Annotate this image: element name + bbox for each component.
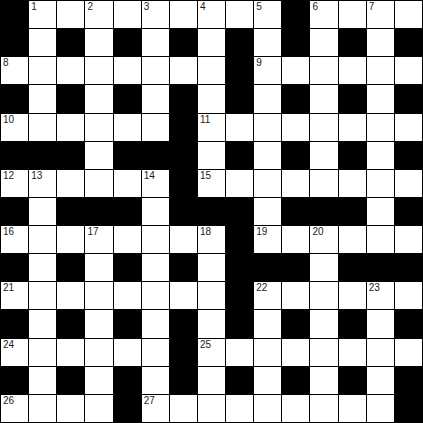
white-square[interactable]: [114, 57, 141, 84]
black-square: [1, 85, 28, 112]
white-square[interactable]: 27: [142, 395, 169, 422]
black-square: [282, 198, 309, 225]
white-square[interactable]: [254, 395, 281, 422]
black-square: [226, 254, 253, 281]
black-square: [282, 1, 309, 28]
white-square[interactable]: 23: [367, 282, 394, 309]
white-square[interactable]: [282, 395, 309, 422]
black-square: [395, 310, 422, 337]
clue-number: 8: [3, 57, 9, 68]
white-square[interactable]: [57, 114, 84, 141]
white-square[interactable]: [310, 254, 337, 281]
clue-number: 23: [369, 282, 380, 293]
white-square[interactable]: 9: [254, 57, 281, 84]
white-square[interactable]: 14: [142, 170, 169, 197]
white-square[interactable]: [57, 57, 84, 84]
white-square[interactable]: [198, 310, 225, 337]
black-square: [1, 367, 28, 394]
white-square[interactable]: 24: [1, 339, 28, 366]
white-square[interactable]: [367, 226, 394, 253]
black-square: [57, 310, 84, 337]
white-square[interactable]: [57, 339, 84, 366]
white-square[interactable]: [282, 339, 309, 366]
white-square[interactable]: [339, 395, 366, 422]
black-square: [1, 198, 28, 225]
black-square: [226, 282, 253, 309]
black-square: [1, 310, 28, 337]
white-square[interactable]: [310, 310, 337, 337]
black-square: [226, 198, 253, 225]
clue-number: 4: [200, 1, 206, 12]
white-square[interactable]: [339, 282, 366, 309]
white-square[interactable]: [29, 310, 56, 337]
white-square[interactable]: [395, 114, 422, 141]
white-square[interactable]: [339, 57, 366, 84]
clue-number: 6: [312, 1, 318, 12]
white-square[interactable]: 18: [198, 226, 225, 253]
black-square: [198, 198, 225, 225]
black-square: [226, 226, 253, 253]
white-square[interactable]: [254, 170, 281, 197]
black-square: [395, 29, 422, 56]
white-square[interactable]: 13: [29, 170, 56, 197]
white-square[interactable]: [29, 254, 56, 281]
white-square[interactable]: [29, 198, 56, 225]
white-square[interactable]: [198, 29, 225, 56]
black-square: [395, 367, 422, 394]
white-square[interactable]: [85, 282, 112, 309]
black-square: [1, 254, 28, 281]
white-square[interactable]: 5: [254, 1, 281, 28]
clue-number: 1: [31, 1, 37, 12]
white-square[interactable]: [310, 170, 337, 197]
white-square[interactable]: [310, 57, 337, 84]
black-square: [226, 310, 253, 337]
black-square: [170, 254, 197, 281]
white-square[interactable]: [114, 1, 141, 28]
white-square[interactable]: [29, 226, 56, 253]
clue-number: 16: [3, 226, 14, 237]
clue-number: 2: [87, 1, 93, 12]
white-square[interactable]: [85, 310, 112, 337]
white-square[interactable]: [310, 339, 337, 366]
white-square[interactable]: [339, 1, 366, 28]
black-square: [29, 142, 56, 169]
black-square: [170, 310, 197, 337]
white-square[interactable]: [170, 226, 197, 253]
black-square: [170, 198, 197, 225]
white-square[interactable]: [57, 170, 84, 197]
black-square: [339, 254, 366, 281]
white-square[interactable]: [85, 142, 112, 169]
white-square[interactable]: [367, 198, 394, 225]
clue-number: 19: [256, 226, 267, 237]
white-square[interactable]: [29, 114, 56, 141]
white-square[interactable]: [85, 339, 112, 366]
black-square: [114, 395, 141, 422]
white-square[interactable]: [282, 226, 309, 253]
white-square[interactable]: [170, 57, 197, 84]
white-square[interactable]: [198, 57, 225, 84]
white-square[interactable]: [395, 282, 422, 309]
white-square[interactable]: [282, 170, 309, 197]
white-square[interactable]: [254, 310, 281, 337]
white-square[interactable]: [226, 170, 253, 197]
clue-number: 25: [200, 339, 211, 350]
white-square[interactable]: [367, 142, 394, 169]
white-square[interactable]: 21: [1, 282, 28, 309]
white-square[interactable]: [254, 198, 281, 225]
black-square: [339, 310, 366, 337]
clue-number: 18: [200, 226, 211, 237]
white-square[interactable]: [29, 85, 56, 112]
white-square[interactable]: [198, 367, 225, 394]
white-square[interactable]: [114, 339, 141, 366]
white-square[interactable]: [85, 254, 112, 281]
white-square[interactable]: [367, 29, 394, 56]
black-square: [339, 367, 366, 394]
white-square[interactable]: [142, 310, 169, 337]
black-square: [226, 57, 253, 84]
white-square[interactable]: [339, 170, 366, 197]
clue-number: 11: [200, 114, 210, 125]
black-square: [114, 367, 141, 394]
black-square: [114, 198, 141, 225]
white-square[interactable]: 22: [254, 282, 281, 309]
clue-number: 12: [3, 170, 14, 181]
black-square: [170, 29, 197, 56]
black-square: [226, 142, 253, 169]
black-square: [114, 310, 141, 337]
clue-number: 15: [200, 170, 211, 181]
white-square[interactable]: [226, 114, 253, 141]
white-square[interactable]: [142, 282, 169, 309]
white-square[interactable]: 20: [310, 226, 337, 253]
white-square[interactable]: 26: [1, 395, 28, 422]
white-square[interactable]: [367, 310, 394, 337]
black-square: [57, 142, 84, 169]
white-square[interactable]: [170, 1, 197, 28]
clue-number: 17: [87, 226, 98, 237]
clue-number: 21: [3, 282, 14, 293]
white-square[interactable]: [310, 29, 337, 56]
white-square[interactable]: [29, 339, 56, 366]
black-square: [170, 142, 197, 169]
white-square[interactable]: [367, 85, 394, 112]
white-square[interactable]: [339, 226, 366, 253]
white-square[interactable]: [142, 254, 169, 281]
white-square[interactable]: [367, 114, 394, 141]
clue-number: 5: [256, 1, 262, 12]
white-square[interactable]: 4: [198, 1, 225, 28]
black-square: [339, 85, 366, 112]
clue-number: 14: [144, 170, 155, 181]
clue-number: 7: [369, 1, 375, 12]
white-square[interactable]: [114, 226, 141, 253]
white-square[interactable]: [198, 395, 225, 422]
white-square[interactable]: [114, 114, 141, 141]
black-square: [85, 198, 112, 225]
white-square[interactable]: 10: [1, 114, 28, 141]
white-square[interactable]: [85, 170, 112, 197]
white-square[interactable]: 8: [1, 57, 28, 84]
black-square: [282, 142, 309, 169]
white-square[interactable]: [85, 29, 112, 56]
white-square[interactable]: [142, 339, 169, 366]
white-square[interactable]: 11: [198, 114, 225, 141]
black-square: [57, 367, 84, 394]
white-square[interactable]: [310, 114, 337, 141]
clue-number: 3: [144, 1, 150, 12]
white-square[interactable]: [142, 85, 169, 112]
black-square: [282, 310, 309, 337]
white-square[interactable]: [254, 339, 281, 366]
white-square[interactable]: [367, 395, 394, 422]
white-square[interactable]: [226, 339, 253, 366]
black-square: [57, 29, 84, 56]
clue-number: 24: [3, 339, 14, 350]
clue-number: 26: [3, 395, 14, 406]
black-square: [395, 395, 422, 422]
white-square[interactable]: [367, 170, 394, 197]
black-square: [282, 29, 309, 56]
black-square: [170, 367, 197, 394]
white-square[interactable]: 7: [367, 1, 394, 28]
white-square[interactable]: [142, 226, 169, 253]
white-square[interactable]: [339, 339, 366, 366]
black-square: [1, 1, 28, 28]
white-square[interactable]: [142, 57, 169, 84]
white-square[interactable]: 6: [310, 1, 337, 28]
black-square: [282, 367, 309, 394]
white-square[interactable]: [339, 114, 366, 141]
clue-number: 22: [256, 282, 267, 293]
white-square[interactable]: [254, 367, 281, 394]
white-square[interactable]: [85, 367, 112, 394]
black-square: [1, 29, 28, 56]
white-square[interactable]: 19: [254, 226, 281, 253]
black-square: [395, 254, 422, 281]
white-square[interactable]: [57, 282, 84, 309]
white-square[interactable]: [114, 170, 141, 197]
white-square[interactable]: [310, 85, 337, 112]
black-square: [339, 142, 366, 169]
black-square: [114, 142, 141, 169]
black-square: [114, 29, 141, 56]
white-square[interactable]: 17: [85, 226, 112, 253]
white-square[interactable]: [142, 198, 169, 225]
white-square[interactable]: [254, 114, 281, 141]
white-square[interactable]: [85, 395, 112, 422]
black-square: [57, 85, 84, 112]
black-square: [226, 29, 253, 56]
black-square: [395, 142, 422, 169]
white-square[interactable]: [395, 226, 422, 253]
white-square[interactable]: [142, 367, 169, 394]
white-square[interactable]: [29, 57, 56, 84]
black-square: [395, 198, 422, 225]
black-square: [395, 85, 422, 112]
white-square[interactable]: [254, 85, 281, 112]
black-square: [142, 142, 169, 169]
white-square[interactable]: [85, 85, 112, 112]
white-square[interactable]: 15: [198, 170, 225, 197]
clue-number: 10: [3, 114, 14, 125]
clue-number: 27: [144, 395, 155, 406]
white-square[interactable]: [198, 142, 225, 169]
white-square[interactable]: [282, 57, 309, 84]
clue-number: 9: [256, 57, 262, 68]
white-square[interactable]: [198, 254, 225, 281]
white-square[interactable]: [310, 367, 337, 394]
white-square[interactable]: 3: [142, 1, 169, 28]
white-square[interactable]: [29, 29, 56, 56]
white-square[interactable]: [367, 339, 394, 366]
white-square[interactable]: [29, 395, 56, 422]
white-square[interactable]: [29, 367, 56, 394]
black-square: [254, 254, 281, 281]
white-square[interactable]: 2: [85, 1, 112, 28]
black-square: [57, 198, 84, 225]
white-square[interactable]: [367, 367, 394, 394]
white-square[interactable]: [310, 282, 337, 309]
white-square[interactable]: [395, 339, 422, 366]
white-square[interactable]: [142, 114, 169, 141]
white-square[interactable]: [310, 142, 337, 169]
black-square: [282, 254, 309, 281]
clue-number: 20: [312, 226, 323, 237]
black-square: [1, 142, 28, 169]
black-square: [339, 29, 366, 56]
white-square[interactable]: [114, 282, 141, 309]
black-square: [170, 339, 197, 366]
white-square[interactable]: [395, 57, 422, 84]
white-square[interactable]: [395, 170, 422, 197]
white-square[interactable]: [254, 142, 281, 169]
black-square: [170, 85, 197, 112]
black-square: [310, 198, 337, 225]
white-square[interactable]: [198, 282, 225, 309]
crossword-grid: 1234567891011121314151617181920212223242…: [0, 0, 423, 423]
white-square[interactable]: 16: [1, 226, 28, 253]
white-square[interactable]: [198, 85, 225, 112]
black-square: [170, 170, 197, 197]
white-square[interactable]: [170, 395, 197, 422]
white-square[interactable]: [57, 226, 84, 253]
white-square[interactable]: [395, 1, 422, 28]
white-square[interactable]: [226, 1, 253, 28]
white-square[interactable]: [254, 29, 281, 56]
white-square[interactable]: [170, 282, 197, 309]
white-square[interactable]: [57, 1, 84, 28]
white-square[interactable]: 25: [198, 339, 225, 366]
white-square[interactable]: [367, 57, 394, 84]
white-square[interactable]: 12: [1, 170, 28, 197]
black-square: [57, 254, 84, 281]
white-square[interactable]: [282, 114, 309, 141]
black-square: [226, 367, 253, 394]
black-square: [114, 85, 141, 112]
white-square[interactable]: [57, 395, 84, 422]
white-square[interactable]: [29, 282, 56, 309]
black-square: [339, 198, 366, 225]
white-square[interactable]: [142, 29, 169, 56]
white-square[interactable]: [226, 395, 253, 422]
white-square[interactable]: 1: [29, 1, 56, 28]
white-square[interactable]: [310, 395, 337, 422]
white-square[interactable]: [282, 282, 309, 309]
black-square: [282, 85, 309, 112]
black-square: [226, 85, 253, 112]
clue-number: 13: [31, 170, 42, 181]
black-square: [367, 254, 394, 281]
black-square: [170, 114, 197, 141]
black-square: [114, 254, 141, 281]
white-square[interactable]: [85, 57, 112, 84]
white-square[interactable]: [85, 114, 112, 141]
